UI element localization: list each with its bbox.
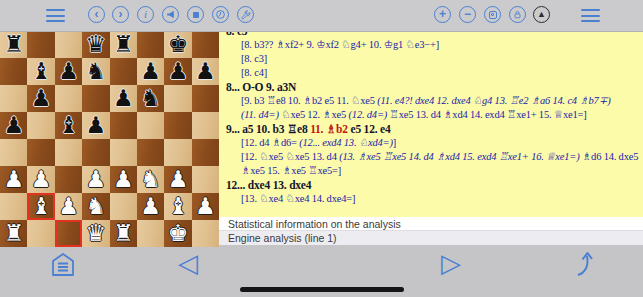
piece-black-k-g8: ♚: [168, 31, 189, 58]
square-b2[interactable]: ♝: [27, 193, 54, 220]
piece-white-b-g2: ♝: [168, 193, 189, 220]
engine-analysis-row[interactable]: Engine analysis (line 1): [219, 231, 643, 245]
notation-segment: [8. b3?? ♗xf2+ 9. ♔xf2 ♘g4+ 10. ♔g1 ♘e3−…: [241, 39, 439, 50]
square-b1[interactable]: [27, 220, 54, 247]
piece-white-p-h2: ♟: [195, 193, 216, 220]
square-c7[interactable]: ♟: [55, 58, 82, 85]
square-h6[interactable]: [192, 85, 219, 112]
notation-panel[interactable]: 8. e3[8. b3?? ♗xf2+ 9. ♔xf2 ♘g4+ 10. ♔g1…: [219, 31, 643, 217]
square-a6[interactable]: [0, 85, 27, 112]
notation-segment: [12. d4 ♗d6=: [241, 137, 299, 148]
wrench-icon[interactable]: [237, 6, 254, 23]
square-d1[interactable]: ♛: [82, 220, 109, 247]
square-d7[interactable]: ♞: [82, 58, 109, 85]
square-g4[interactable]: [164, 139, 191, 166]
square-e8[interactable]: ♜: [110, 31, 137, 58]
piece-white-r-e1: ♜: [113, 220, 134, 247]
speaker-icon[interactable]: [162, 6, 179, 23]
square-f5[interactable]: [137, 112, 164, 139]
piece-black-n-f6: ♞: [140, 85, 161, 112]
square-a4[interactable]: [0, 139, 27, 166]
piece-white-p-f2: ♟: [140, 193, 161, 220]
piece-white-p-g3: ♟: [168, 166, 189, 193]
square-f4[interactable]: [137, 139, 164, 166]
square-f6[interactable]: ♞: [137, 85, 164, 112]
piece-white-n-f3: ♞: [140, 166, 161, 193]
square-g8[interactable]: ♚: [164, 31, 191, 58]
notation-segment: e5 12. e4: [348, 123, 391, 135]
notation-line-7[interactable]: 9... a5 10. b3 ♖e8 11. ♗b2 e5 12. e4: [226, 122, 643, 136]
notation-segment: (13. ♗xe5 ♖xe5 14. d4 ♗xd4 15. exd4 ♖xe1…: [339, 151, 579, 162]
notation-segment: 8... O-O 9. a3N: [226, 81, 296, 93]
piece-black-p-a5: ♟: [3, 112, 24, 139]
square-c3[interactable]: [55, 166, 82, 193]
notation-segment: ♗xe5 15. ♗xe5 ♖xe5=]: [241, 165, 341, 176]
notation-line-11[interactable]: 12... dxe4 13. dxe4: [226, 178, 643, 192]
square-g7[interactable]: ♟: [164, 58, 191, 85]
square-b7[interactable]: ♝: [27, 58, 54, 85]
piece-white-r-a1: ♜: [3, 220, 24, 247]
square-h2[interactable]: ♟: [192, 193, 219, 220]
square-h4[interactable]: [192, 139, 219, 166]
piece-black-r-a8: ♜: [3, 31, 24, 58]
notation-line-12[interactable]: [13. ♘xe4 ♘xe4 14. dxe4=]: [241, 192, 643, 206]
top-toolbar: ‹ › i + − ▲: [0, 0, 643, 32]
menu-icon[interactable]: [46, 9, 65, 22]
square-h1[interactable]: [192, 220, 219, 247]
clock-icon[interactable]: [212, 6, 229, 23]
home-indicator[interactable]: [240, 287, 404, 292]
square-a5[interactable]: ♟: [0, 112, 27, 139]
notation-segment: 11. ♗b2: [310, 123, 348, 135]
notation-segment: ♗d6 14. dxe5: [579, 151, 638, 162]
square-c1[interactable]: [55, 220, 82, 247]
square-c2[interactable]: ♟: [55, 193, 82, 220]
piece-black-p-c7: ♟: [58, 58, 79, 85]
piece-white-k-g1: ♚: [168, 220, 189, 247]
piece-black-r-e8: ♜: [113, 31, 134, 58]
square-f3[interactable]: ♞: [137, 166, 164, 193]
piece-white-n-d2: ♞: [86, 193, 107, 220]
notation-line-9[interactable]: [12. ♘xe5 ♘xe5 13. d4 (13. ♗xe5 ♖xe5 14.…: [241, 150, 643, 164]
forward-icon[interactable]: ›: [112, 6, 129, 23]
piece-white-q-d1: ♛: [86, 220, 107, 247]
piece-black-p-b6: ♟: [31, 85, 52, 112]
notation-line-1[interactable]: [8. b3?? ♗xf2+ 9. ♔xf2 ♘g4+ 10. ♔g1 ♘e3−…: [241, 38, 643, 52]
square-e6[interactable]: ♟: [110, 85, 137, 112]
statistical-info-label: Statistical information on the analysis: [228, 218, 401, 230]
square-f8[interactable]: [137, 31, 164, 58]
square-d6[interactable]: [82, 85, 109, 112]
zoom-out-icon[interactable]: −: [459, 6, 476, 23]
square-e7[interactable]: [110, 58, 137, 85]
square-e2[interactable]: [110, 193, 137, 220]
piece-white-b-b2: ♝: [31, 193, 52, 220]
square-d8[interactable]: ♛: [82, 31, 109, 58]
piece-white-p-a3: ♟: [3, 166, 24, 193]
piece-black-p-f7: ♟: [140, 58, 161, 85]
notation-segment: ]: [393, 137, 396, 148]
notation-line-6[interactable]: (11. d4=) ♘xe5 12. ♗xe5 (12. d4=) ♖xe5 1…: [241, 108, 643, 122]
piece-black-q-d8: ♛: [86, 31, 107, 58]
square-c4[interactable]: [55, 139, 82, 166]
square-h7[interactable]: ♟: [192, 58, 219, 85]
previous-move-icon[interactable]: ◁: [178, 250, 198, 276]
piece-white-p-c2: ♟: [58, 193, 79, 220]
piece-black-b-b7: ♝: [31, 58, 52, 85]
notation-segment: 9... a5 10. b3 ♖e8: [226, 123, 310, 135]
square-b8[interactable]: [27, 31, 54, 58]
square-a3[interactable]: ♟: [0, 166, 27, 193]
piece-black-p-d5: ♟: [86, 112, 107, 139]
piece-white-p-b3: ♟: [31, 166, 52, 193]
square-g3[interactable]: ♟: [164, 166, 191, 193]
notation-segment: [13. ♘xe4 ♘xe4 14. dxe4=]: [241, 193, 355, 204]
chess-board[interactable]: ♜♛♜♚♝♟♞♟♟♟♟♟♞♟♝♟♟♟♟♟♞♟♝♟♞♟♝♟♜♛♜♚: [0, 31, 219, 247]
piece-black-p-h7: ♟: [195, 58, 216, 85]
square-g5[interactable]: [164, 112, 191, 139]
square-b6[interactable]: ♟: [27, 85, 54, 112]
zoom-in-icon[interactable]: +: [434, 6, 451, 23]
square-g1[interactable]: ♚: [164, 220, 191, 247]
square-d4[interactable]: [82, 139, 109, 166]
notation-segment: ♘xe5 12. ♗xe5: [279, 109, 349, 120]
square-d2[interactable]: ♞: [82, 193, 109, 220]
notation-segment: [12. ♘xe5 ♘xe5 13. d4: [241, 151, 339, 162]
piece-white-p-d3: ♟: [86, 166, 107, 193]
notation-segment: (11. d4=): [241, 109, 279, 120]
play-dark-icon[interactable]: ▲: [533, 6, 550, 23]
next-move-icon[interactable]: ▷: [441, 250, 461, 276]
notation-line-10[interactable]: ♗xe5 15. ♗xe5 ♖xe5=]: [241, 164, 643, 178]
square-a7[interactable]: [0, 58, 27, 85]
piece-black-n-d7: ♞: [86, 58, 107, 85]
square-d3[interactable]: ♟: [82, 166, 109, 193]
notation-segment: [8. c3]: [241, 53, 267, 64]
square-a8[interactable]: ♜: [0, 31, 27, 58]
square-h3[interactable]: [192, 166, 219, 193]
square-a1[interactable]: ♜: [0, 220, 27, 247]
square-e1[interactable]: ♜: [110, 220, 137, 247]
stop-icon[interactable]: [187, 6, 204, 23]
square-b3[interactable]: ♟: [27, 166, 54, 193]
square-c8[interactable]: [55, 31, 82, 58]
frame-icon[interactable]: [484, 6, 501, 23]
square-f1[interactable]: [137, 220, 164, 247]
notation-line-2[interactable]: [8. c3]: [241, 52, 643, 66]
notation-segment: (12. d4=): [349, 109, 388, 120]
square-h8[interactable]: [192, 31, 219, 58]
notation-line-8[interactable]: [12. d4 ♗d6= (12... exd4 13. ♘xd4=)]: [241, 136, 643, 150]
chess-app-screen: ‹ › i + − ▲ ♜♛♜♚♝♟♞♟♟♟♟♟♞♟♝♟♟♟♟♟♞♟♝♟♞♟♝♟…: [0, 0, 643, 297]
square-c5[interactable]: ♝: [55, 112, 82, 139]
notation-line-0[interactable]: 8. e3: [226, 31, 643, 38]
square-e4[interactable]: [110, 139, 137, 166]
piece-black-b-c5: ♝: [58, 112, 79, 139]
notation-segment: [8. c4]: [241, 67, 267, 78]
square-b5[interactable]: [27, 112, 54, 139]
piece-white-p-e3: ♟: [113, 166, 134, 193]
notation-segment: [9. b3 ♖e8 10. ♗b2 e5 11. ♘xe5: [241, 95, 377, 106]
notation-segment: (12... exd4 13. ♘xd4=): [299, 137, 392, 148]
square-f7[interactable]: ♟: [137, 58, 164, 85]
square-a2[interactable]: [0, 193, 27, 220]
square-g6[interactable]: [164, 85, 191, 112]
lock-icon[interactable]: [509, 6, 526, 23]
notation-segment: 12... dxe4 13. dxe4: [226, 179, 311, 191]
square-f2[interactable]: ♟: [137, 193, 164, 220]
square-b4[interactable]: [27, 139, 54, 166]
statistical-info-row[interactable]: Statistical information on the analysis: [219, 217, 643, 231]
menu-right-icon[interactable]: [581, 9, 600, 22]
notation-segment: ♖xe5 13. d4 ♗xd4 14. exd4 ♖xe1+ 15. ♕xe1…: [387, 109, 587, 120]
square-d5[interactable]: ♟: [82, 112, 109, 139]
game-list-icon[interactable]: [48, 250, 78, 284]
piece-black-p-e6: ♟: [113, 85, 134, 112]
square-c6[interactable]: [55, 85, 82, 112]
branch-arrow-icon[interactable]: [570, 247, 600, 283]
square-h5[interactable]: [192, 112, 219, 139]
notation-line-3[interactable]: [8. c4]: [241, 66, 643, 80]
notation-line-4[interactable]: 8... O-O 9. a3N: [226, 80, 643, 94]
notation-line-5[interactable]: [9. b3 ♖e8 10. ♗b2 e5 11. ♘xe5 (11. e4?!…: [241, 94, 643, 108]
back-icon[interactable]: ‹: [88, 6, 105, 23]
notation-segment: (11. e4?! dxe4 12. dxe4 ♘g4 13. ♖e2 ♗a6 …: [377, 95, 610, 106]
info-icon[interactable]: i: [137, 6, 154, 23]
square-e3[interactable]: ♟: [110, 166, 137, 193]
piece-black-p-g7: ♟: [168, 58, 189, 85]
engine-analysis-label: Engine analysis (line 1): [228, 232, 337, 244]
square-g2[interactable]: ♝: [164, 193, 191, 220]
square-e5[interactable]: [110, 112, 137, 139]
